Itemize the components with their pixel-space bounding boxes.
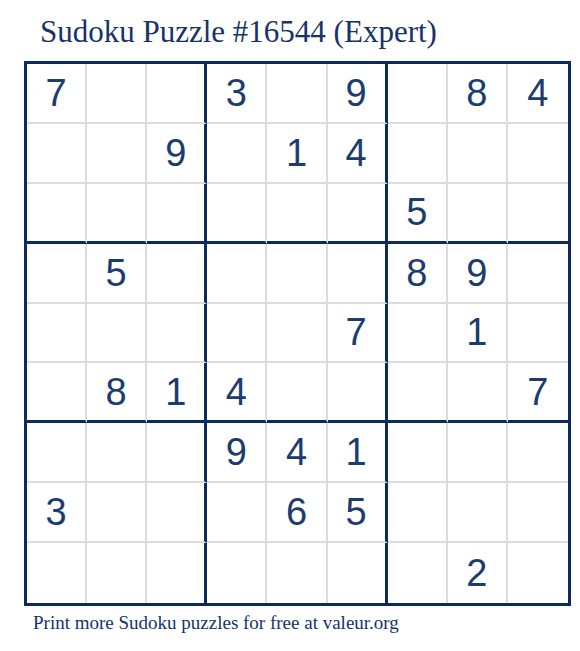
- cell-r9c3: [147, 543, 207, 603]
- cell-r5c6: 7: [328, 304, 388, 364]
- cell-r3c4: [207, 184, 267, 244]
- cell-r7c9: [508, 423, 568, 483]
- cell-r9c9: [508, 543, 568, 603]
- cell-r4c8: 9: [448, 244, 508, 304]
- cell-r5c2: [87, 304, 147, 364]
- cell-r5c4: [207, 304, 267, 364]
- cell-r2c3: 9: [147, 124, 207, 184]
- cell-r2c2: [87, 124, 147, 184]
- cell-r1c5: [267, 64, 327, 124]
- cell-r8c7: [388, 483, 448, 543]
- cell-r9c2: [87, 543, 147, 603]
- cell-r5c1: [27, 304, 87, 364]
- cell-r1c1: 7: [27, 64, 87, 124]
- cell-r9c4: [207, 543, 267, 603]
- cell-r6c8: [448, 363, 508, 423]
- cell-r7c1: [27, 423, 87, 483]
- cell-r4c6: [328, 244, 388, 304]
- cell-r9c6: [328, 543, 388, 603]
- cell-r8c4: [207, 483, 267, 543]
- cell-r6c3: 1: [147, 363, 207, 423]
- cell-r1c9: 4: [508, 64, 568, 124]
- cell-r2c7: [388, 124, 448, 184]
- cell-r9c8: 2: [448, 543, 508, 603]
- cell-r7c3: [147, 423, 207, 483]
- cell-r9c1: [27, 543, 87, 603]
- cell-r2c9: [508, 124, 568, 184]
- cell-r7c4: 9: [207, 423, 267, 483]
- page-title: Sudoku Puzzle #16544 (Expert): [40, 14, 437, 50]
- cell-r8c5: 6: [267, 483, 327, 543]
- cell-r6c1: [27, 363, 87, 423]
- cell-r4c3: [147, 244, 207, 304]
- cell-r5c5: [267, 304, 327, 364]
- cell-r4c1: [27, 244, 87, 304]
- cell-r7c5: 4: [267, 423, 327, 483]
- cell-r1c8: 8: [448, 64, 508, 124]
- cell-r3c2: [87, 184, 147, 244]
- cell-r6c7: [388, 363, 448, 423]
- cell-r8c9: [508, 483, 568, 543]
- cell-r6c9: 7: [508, 363, 568, 423]
- cell-r5c3: [147, 304, 207, 364]
- cell-r1c3: [147, 64, 207, 124]
- cell-r2c5: 1: [267, 124, 327, 184]
- cell-r1c7: [388, 64, 448, 124]
- cell-r7c2: [87, 423, 147, 483]
- cell-r5c7: [388, 304, 448, 364]
- cell-r6c4: 4: [207, 363, 267, 423]
- cell-r6c5: [267, 363, 327, 423]
- cell-r3c7: 5: [388, 184, 448, 244]
- cell-r4c5: [267, 244, 327, 304]
- cell-r8c3: [147, 483, 207, 543]
- cell-r9c5: [267, 543, 327, 603]
- cell-r3c9: [508, 184, 568, 244]
- sudoku-page: Sudoku Puzzle #16544 (Expert) 7398491455…: [0, 0, 580, 651]
- footer-text: Print more Sudoku puzzles for free at va…: [33, 612, 399, 634]
- cell-r3c8: [448, 184, 508, 244]
- cell-r5c9: [508, 304, 568, 364]
- cell-r4c2: 5: [87, 244, 147, 304]
- cell-r8c6: 5: [328, 483, 388, 543]
- cell-r7c7: [388, 423, 448, 483]
- cell-r2c1: [27, 124, 87, 184]
- cell-r2c4: [207, 124, 267, 184]
- cell-r3c1: [27, 184, 87, 244]
- cell-r8c8: [448, 483, 508, 543]
- cell-r4c7: 8: [388, 244, 448, 304]
- cell-r1c6: 9: [328, 64, 388, 124]
- cell-r3c5: [267, 184, 327, 244]
- cell-r4c4: [207, 244, 267, 304]
- cell-r8c2: [87, 483, 147, 543]
- cell-r5c8: 1: [448, 304, 508, 364]
- cell-r2c8: [448, 124, 508, 184]
- cell-r6c6: [328, 363, 388, 423]
- cell-r3c3: [147, 184, 207, 244]
- cell-r7c8: [448, 423, 508, 483]
- cell-r2c6: 4: [328, 124, 388, 184]
- cell-r7c6: 1: [328, 423, 388, 483]
- cell-r1c4: 3: [207, 64, 267, 124]
- cell-r1c2: [87, 64, 147, 124]
- cell-r4c9: [508, 244, 568, 304]
- cell-r8c1: 3: [27, 483, 87, 543]
- cell-r6c2: 8: [87, 363, 147, 423]
- cell-r3c6: [328, 184, 388, 244]
- cell-r9c7: [388, 543, 448, 603]
- sudoku-board: 7398491455897181479413652: [24, 61, 571, 606]
